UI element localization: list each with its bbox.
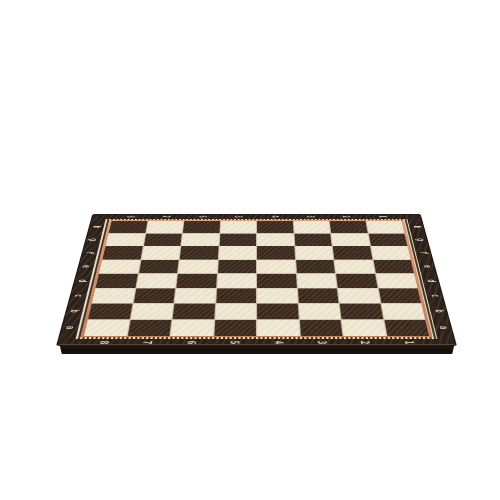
square-b1 <box>381 304 425 320</box>
coordinate-label: b <box>417 308 460 314</box>
coordinate-label: a <box>421 324 465 331</box>
square-g7 <box>143 233 181 246</box>
square-a1 <box>384 320 429 336</box>
squares-grid <box>84 221 429 336</box>
square-h1 <box>366 221 404 233</box>
square-g8 <box>106 233 145 246</box>
square-f5 <box>218 246 256 259</box>
square-b4 <box>257 304 298 320</box>
coordinate-label: b <box>52 308 95 314</box>
square-f4 <box>257 246 295 259</box>
square-h6 <box>183 221 220 233</box>
square-h5 <box>220 221 256 233</box>
square-d8 <box>96 274 138 288</box>
coordinate-label: c <box>57 293 99 299</box>
square-a8 <box>84 320 129 336</box>
square-b7 <box>130 304 173 320</box>
board-side-edge <box>57 344 457 354</box>
square-a4 <box>257 320 299 336</box>
square-h8 <box>109 221 147 233</box>
square-a6 <box>171 320 214 336</box>
square-c7 <box>133 288 175 303</box>
square-d6 <box>176 274 216 288</box>
coordinate-label: a <box>48 324 92 331</box>
square-g4 <box>257 233 294 246</box>
square-g1 <box>368 233 407 246</box>
square-c5 <box>216 288 256 303</box>
square-d4 <box>257 274 296 288</box>
square-g6 <box>181 233 219 246</box>
square-f1 <box>371 246 411 259</box>
square-e8 <box>99 260 140 274</box>
square-b2 <box>340 304 383 320</box>
square-d2 <box>336 274 377 288</box>
chess-board: 87654321 87654321 hgfedcba hgfedcba <box>56 214 457 346</box>
square-a7 <box>127 320 171 336</box>
square-f2 <box>333 246 372 259</box>
square-a2 <box>342 320 386 336</box>
square-c1 <box>378 288 421 303</box>
square-c6 <box>174 288 215 303</box>
square-c2 <box>338 288 380 303</box>
square-g2 <box>331 233 369 246</box>
square-e7 <box>139 260 179 274</box>
square-h2 <box>330 221 368 233</box>
coordinate-band-left: hgfedcba <box>59 221 105 336</box>
square-h4 <box>257 221 293 233</box>
square-h3 <box>293 221 330 233</box>
copper-pinstripe <box>80 220 432 337</box>
coordinate-label: d <box>61 278 102 284</box>
square-f6 <box>180 246 218 259</box>
square-e5 <box>218 260 256 274</box>
square-c3 <box>297 288 338 303</box>
square-f3 <box>295 246 333 259</box>
square-d3 <box>297 274 337 288</box>
square-f8 <box>102 246 142 259</box>
square-c8 <box>92 288 135 303</box>
coordinate-label: d <box>410 278 451 284</box>
square-d7 <box>136 274 177 288</box>
square-e1 <box>373 260 414 274</box>
square-e2 <box>334 260 374 274</box>
square-b5 <box>215 304 256 320</box>
board-perspective-wrap: 87654321 87654321 hgfedcba hgfedcba <box>56 214 457 346</box>
square-g5 <box>219 233 256 246</box>
square-b8 <box>88 304 132 320</box>
square-b3 <box>298 304 340 320</box>
square-a5 <box>214 320 256 336</box>
coordinate-band-right: hgfedcba <box>408 221 454 336</box>
square-g3 <box>294 233 332 246</box>
square-f7 <box>141 246 180 259</box>
square-d1 <box>376 274 418 288</box>
square-e4 <box>257 260 295 274</box>
coordinate-label: c <box>414 293 456 299</box>
product-photo: 87654321 87654321 hgfedcba hgfedcba <box>0 0 500 500</box>
square-e3 <box>296 260 335 274</box>
square-h7 <box>146 221 184 233</box>
square-b6 <box>173 304 215 320</box>
square-e6 <box>178 260 217 274</box>
square-d5 <box>217 274 256 288</box>
dotted-inlay-trim <box>76 219 438 339</box>
square-c4 <box>257 288 297 303</box>
square-a3 <box>299 320 342 336</box>
